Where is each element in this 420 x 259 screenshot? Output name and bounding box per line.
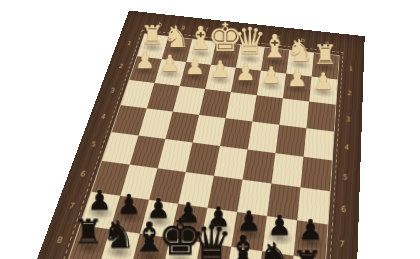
white-pawn-glyph: ♟ (295, 69, 351, 92)
black-rook-glyph: ♜ (273, 246, 343, 259)
black-rook-a8[interactable]: ♜ (290, 255, 325, 259)
board-frame: hgfedcba hgfedcba 12345678 12345678 ♜♞♝♚… (24, 10, 365, 259)
white-pawn-a2[interactable]: ♟ (309, 76, 337, 104)
chess-board: hgfedcba hgfedcba 12345678 12345678 ♜♞♝♚… (24, 10, 365, 259)
chess-set-photo: hgfedcba hgfedcba 12345678 12345678 ♜♞♝♚… (0, 0, 420, 259)
scene: hgfedcba hgfedcba 12345678 12345678 ♜♞♝♚… (0, 0, 420, 259)
pieces-layer: ♜♞♝♚♛♝♞♜♟♟♟♟♟♟♟♟♟♟♟♟♟♟♟♟♜♞♝♚♛♝♞♜ (24, 10, 365, 259)
